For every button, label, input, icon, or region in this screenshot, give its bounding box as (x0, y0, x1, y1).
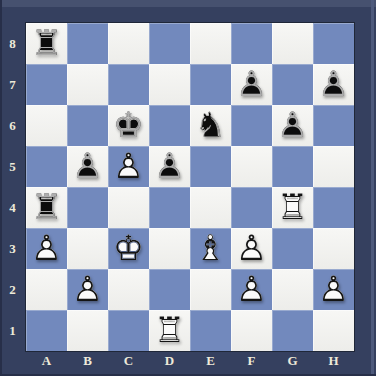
frame-bevel-right (371, 0, 374, 376)
square-g3[interactable] (272, 228, 313, 269)
square-g2[interactable] (272, 269, 313, 310)
square-e5[interactable] (190, 146, 231, 187)
square-a4[interactable]: ♜♖ (26, 187, 67, 228)
pawn-glyph-outline: ♙ (231, 64, 272, 105)
square-f1[interactable] (231, 310, 272, 351)
square-b5[interactable]: ♟♙ (67, 146, 108, 187)
black-king-c6: ♚♔ (108, 105, 149, 146)
black-pawn-b5: ♟♙ (67, 146, 108, 187)
square-e2[interactable] (190, 269, 231, 310)
square-a5[interactable] (26, 146, 67, 187)
white-pawn-b2: ♟♙ (67, 269, 108, 310)
board: ♜♖♟♙♟♙♚♔♞♘♟♙♟♙♟♙♟♙♜♖♜♖♟♙♚♔♝♗♟♙♟♙♟♙♟♙♜♖ (25, 22, 355, 352)
chess-diagram: 87654321 ♜♖♟♙♟♙♚♔♞♘♟♙♟♙♟♙♟♙♜♖♜♖♟♙♚♔♝♗♟♙♟… (0, 0, 376, 376)
square-d7[interactable] (149, 64, 190, 105)
square-e8[interactable] (190, 23, 231, 64)
square-h8[interactable] (313, 23, 354, 64)
white-pawn-h2: ♟♙ (313, 269, 354, 310)
bishop-glyph-outline: ♗ (190, 228, 231, 269)
square-g6[interactable]: ♟♙ (272, 105, 313, 146)
square-e4[interactable] (190, 187, 231, 228)
square-b8[interactable] (67, 23, 108, 64)
knight-glyph-outline: ♘ (190, 105, 231, 146)
square-g7[interactable] (272, 64, 313, 105)
square-d8[interactable] (149, 23, 190, 64)
pawn-glyph-outline: ♙ (272, 105, 313, 146)
pawn-glyph-outline: ♙ (67, 269, 108, 310)
square-c6[interactable]: ♚♔ (108, 105, 149, 146)
rank-labels: 87654321 (0, 23, 25, 351)
rank-label-7: 7 (0, 64, 25, 105)
white-rook-d1: ♜♖ (149, 310, 190, 351)
file-label-c: C (108, 351, 149, 371)
square-h1[interactable] (313, 310, 354, 351)
square-b1[interactable] (67, 310, 108, 351)
white-rook-g4: ♜♖ (272, 187, 313, 228)
square-c1[interactable] (108, 310, 149, 351)
square-f2[interactable]: ♟♙ (231, 269, 272, 310)
pawn-glyph-outline: ♙ (67, 146, 108, 187)
file-label-e: E (190, 351, 231, 371)
square-g4[interactable]: ♜♖ (272, 187, 313, 228)
square-h2[interactable]: ♟♙ (313, 269, 354, 310)
square-g1[interactable] (272, 310, 313, 351)
square-d5[interactable]: ♟♙ (149, 146, 190, 187)
square-g5[interactable] (272, 146, 313, 187)
square-a7[interactable] (26, 64, 67, 105)
king-glyph-outline: ♔ (108, 228, 149, 269)
square-e3[interactable]: ♝♗ (190, 228, 231, 269)
rank-label-8: 8 (0, 23, 25, 64)
square-a3[interactable]: ♟♙ (26, 228, 67, 269)
square-c8[interactable] (108, 23, 149, 64)
square-d2[interactable] (149, 269, 190, 310)
square-g8[interactable] (272, 23, 313, 64)
black-rook-a4: ♜♖ (26, 187, 67, 228)
square-d1[interactable]: ♜♖ (149, 310, 190, 351)
square-e1[interactable] (190, 310, 231, 351)
square-d3[interactable] (149, 228, 190, 269)
rank-label-5: 5 (0, 146, 25, 187)
rook-glyph-outline: ♖ (272, 187, 313, 228)
square-f7[interactable]: ♟♙ (231, 64, 272, 105)
file-label-b: B (67, 351, 108, 371)
rank-label-1: 1 (0, 310, 25, 351)
file-label-h: H (313, 351, 354, 371)
rank-label-2: 2 (0, 269, 25, 310)
pawn-glyph-outline: ♙ (231, 269, 272, 310)
square-d4[interactable] (149, 187, 190, 228)
square-a6[interactable] (26, 105, 67, 146)
pawn-glyph-outline: ♙ (108, 146, 149, 187)
square-c5[interactable]: ♟♙ (108, 146, 149, 187)
square-b6[interactable] (67, 105, 108, 146)
square-a8[interactable]: ♜♖ (26, 23, 67, 64)
square-c3[interactable]: ♚♔ (108, 228, 149, 269)
square-f5[interactable] (231, 146, 272, 187)
pawn-glyph-outline: ♙ (313, 64, 354, 105)
rook-glyph-outline: ♖ (26, 187, 67, 228)
square-f6[interactable] (231, 105, 272, 146)
black-pawn-d5: ♟♙ (149, 146, 190, 187)
black-knight-e6: ♞♘ (190, 105, 231, 146)
rook-glyph-outline: ♖ (26, 23, 67, 64)
black-rook-a8: ♜♖ (26, 23, 67, 64)
rank-label-3: 3 (0, 228, 25, 269)
file-label-d: D (149, 351, 190, 371)
square-c4[interactable] (108, 187, 149, 228)
king-glyph-outline: ♔ (108, 105, 149, 146)
square-f3[interactable]: ♟♙ (231, 228, 272, 269)
square-c7[interactable] (108, 64, 149, 105)
white-bishop-e3: ♝♗ (190, 228, 231, 269)
rook-glyph-outline: ♖ (149, 310, 190, 351)
black-pawn-h7: ♟♙ (313, 64, 354, 105)
square-h5[interactable] (313, 146, 354, 187)
white-king-c3: ♚♔ (108, 228, 149, 269)
square-e7[interactable] (190, 64, 231, 105)
square-h4[interactable] (313, 187, 354, 228)
square-b2[interactable]: ♟♙ (67, 269, 108, 310)
square-h3[interactable] (313, 228, 354, 269)
rank-label-4: 4 (0, 187, 25, 228)
rank-label-6: 6 (0, 105, 25, 146)
pawn-glyph-outline: ♙ (149, 146, 190, 187)
white-pawn-a3: ♟♙ (26, 228, 67, 269)
square-b4[interactable] (67, 187, 108, 228)
black-pawn-f7: ♟♙ (231, 64, 272, 105)
file-label-g: G (272, 351, 313, 371)
file-label-f: F (231, 351, 272, 371)
frame-bevel-top (0, 0, 376, 7)
square-b3[interactable] (67, 228, 108, 269)
white-pawn-f2: ♟♙ (231, 269, 272, 310)
square-h7[interactable]: ♟♙ (313, 64, 354, 105)
square-f8[interactable] (231, 23, 272, 64)
file-label-a: A (26, 351, 67, 371)
white-pawn-c5: ♟♙ (108, 146, 149, 187)
pawn-glyph-outline: ♙ (26, 228, 67, 269)
square-b7[interactable] (67, 64, 108, 105)
square-e6[interactable]: ♞♘ (190, 105, 231, 146)
square-f4[interactable] (231, 187, 272, 228)
square-c2[interactable] (108, 269, 149, 310)
pawn-glyph-outline: ♙ (231, 228, 272, 269)
file-labels: ABCDEFGH (26, 351, 354, 371)
square-h6[interactable] (313, 105, 354, 146)
pawn-glyph-outline: ♙ (313, 269, 354, 310)
black-pawn-g6: ♟♙ (272, 105, 313, 146)
square-d6[interactable] (149, 105, 190, 146)
square-a2[interactable] (26, 269, 67, 310)
white-pawn-f3: ♟♙ (231, 228, 272, 269)
square-a1[interactable] (26, 310, 67, 351)
